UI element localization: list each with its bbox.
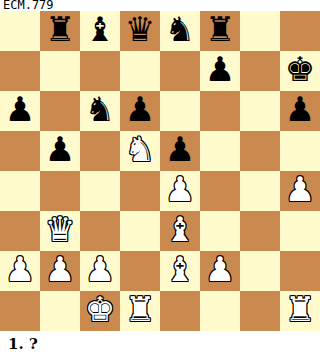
square-c7[interactable]: [80, 51, 120, 91]
square-g5[interactable]: [240, 131, 280, 171]
piece-black-pawn[interactable]: ♟: [205, 52, 235, 86]
square-d4[interactable]: [120, 171, 160, 211]
square-a5[interactable]: [0, 131, 40, 171]
square-b6[interactable]: [40, 91, 80, 131]
square-g8[interactable]: [240, 11, 280, 51]
square-d2[interactable]: [120, 251, 160, 291]
square-a3[interactable]: [0, 211, 40, 251]
square-c3[interactable]: [80, 211, 120, 251]
square-b5[interactable]: ♟: [40, 131, 80, 171]
square-a4[interactable]: [0, 171, 40, 211]
square-c6[interactable]: ♞: [80, 91, 120, 131]
square-g1[interactable]: [240, 291, 280, 331]
square-h4[interactable]: ♟: [280, 171, 320, 211]
square-e7[interactable]: [160, 51, 200, 91]
square-c2[interactable]: ♟: [80, 251, 120, 291]
square-e6[interactable]: [160, 91, 200, 131]
square-c8[interactable]: ♝: [80, 11, 120, 51]
square-d3[interactable]: [120, 211, 160, 251]
piece-white-pawn[interactable]: ♟: [205, 252, 235, 286]
piece-black-rook[interactable]: ♜: [205, 12, 235, 46]
square-e5[interactable]: ♟: [160, 131, 200, 171]
square-f3[interactable]: [200, 211, 240, 251]
square-f4[interactable]: [200, 171, 240, 211]
square-d6[interactable]: ♟: [120, 91, 160, 131]
square-c1[interactable]: ♚: [80, 291, 120, 331]
piece-white-rook[interactable]: ♜: [285, 292, 315, 326]
square-h1[interactable]: ♜: [280, 291, 320, 331]
piece-white-bishop[interactable]: ♝: [165, 212, 195, 246]
square-h7[interactable]: ♚: [280, 51, 320, 91]
piece-black-pawn[interactable]: ♟: [285, 92, 315, 126]
square-h6[interactable]: ♟: [280, 91, 320, 131]
piece-black-pawn[interactable]: ♟: [165, 132, 195, 166]
square-f7[interactable]: ♟: [200, 51, 240, 91]
piece-black-knight[interactable]: ♞: [165, 12, 195, 46]
square-b7[interactable]: [40, 51, 80, 91]
square-a8[interactable]: [0, 11, 40, 51]
move-prompt: 1. ?: [8, 335, 38, 353]
square-h8[interactable]: [280, 11, 320, 51]
piece-white-rook[interactable]: ♜: [125, 292, 155, 326]
piece-white-knight[interactable]: ♞: [125, 132, 155, 166]
square-f1[interactable]: [200, 291, 240, 331]
piece-black-rook[interactable]: ♜: [45, 12, 75, 46]
piece-black-pawn[interactable]: ♟: [45, 132, 75, 166]
chess-board: ♜♝♛♞♜♟♚♟♞♟♟♟♞♟♟♟♛♝♟♟♟♝♟♚♜♜: [0, 11, 320, 331]
square-f2[interactable]: ♟: [200, 251, 240, 291]
square-g2[interactable]: [240, 251, 280, 291]
square-b8[interactable]: ♜: [40, 11, 80, 51]
piece-white-pawn[interactable]: ♟: [165, 172, 195, 206]
piece-white-queen[interactable]: ♛: [45, 212, 75, 246]
square-a2[interactable]: ♟: [0, 251, 40, 291]
square-d8[interactable]: ♛: [120, 11, 160, 51]
square-f6[interactable]: [200, 91, 240, 131]
square-b3[interactable]: ♛: [40, 211, 80, 251]
square-e4[interactable]: ♟: [160, 171, 200, 211]
piece-white-bishop[interactable]: ♝: [165, 252, 195, 286]
square-e1[interactable]: [160, 291, 200, 331]
square-h5[interactable]: [280, 131, 320, 171]
piece-white-pawn[interactable]: ♟: [45, 252, 75, 286]
square-e8[interactable]: ♞: [160, 11, 200, 51]
square-a7[interactable]: [0, 51, 40, 91]
square-f8[interactable]: ♜: [200, 11, 240, 51]
piece-white-pawn[interactable]: ♟: [85, 252, 115, 286]
square-a6[interactable]: ♟: [0, 91, 40, 131]
square-d5[interactable]: ♞: [120, 131, 160, 171]
square-g3[interactable]: [240, 211, 280, 251]
square-b2[interactable]: ♟: [40, 251, 80, 291]
square-b4[interactable]: [40, 171, 80, 211]
square-d1[interactable]: ♜: [120, 291, 160, 331]
square-g4[interactable]: [240, 171, 280, 211]
square-g7[interactable]: [240, 51, 280, 91]
square-e3[interactable]: ♝: [160, 211, 200, 251]
square-c5[interactable]: [80, 131, 120, 171]
square-e2[interactable]: ♝: [160, 251, 200, 291]
square-g6[interactable]: [240, 91, 280, 131]
piece-black-queen[interactable]: ♛: [125, 12, 155, 46]
piece-black-king[interactable]: ♚: [285, 52, 315, 86]
square-d7[interactable]: [120, 51, 160, 91]
piece-white-king[interactable]: ♚: [85, 292, 115, 326]
square-f5[interactable]: [200, 131, 240, 171]
square-h2[interactable]: [280, 251, 320, 291]
piece-black-bishop[interactable]: ♝: [85, 12, 115, 46]
square-b1[interactable]: [40, 291, 80, 331]
diagram-title: ECM.779: [3, 0, 54, 11]
piece-white-pawn[interactable]: ♟: [285, 172, 315, 206]
piece-black-pawn[interactable]: ♟: [5, 92, 35, 126]
piece-black-knight[interactable]: ♞: [85, 92, 115, 126]
piece-white-pawn[interactable]: ♟: [5, 252, 35, 286]
square-a1[interactable]: [0, 291, 40, 331]
square-c4[interactable]: [80, 171, 120, 211]
piece-black-pawn[interactable]: ♟: [125, 92, 155, 126]
square-h3[interactable]: [280, 211, 320, 251]
